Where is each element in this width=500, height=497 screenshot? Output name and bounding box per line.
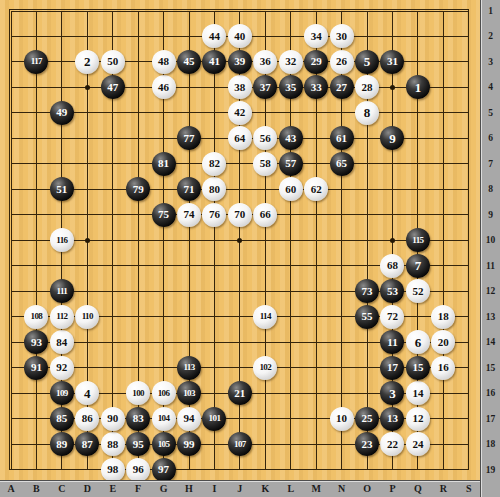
stone-move-number: 66 [260, 209, 271, 220]
stone-move-number: 42 [234, 107, 245, 118]
stone-g19[interactable]: 97 [152, 458, 176, 482]
stone-move-number: 72 [387, 311, 398, 322]
stone-move-number: 33 [311, 81, 322, 92]
stone-e4[interactable]: 47 [101, 75, 125, 99]
stone-move-number: 87 [82, 438, 93, 449]
stone-n17[interactable]: 10 [330, 407, 354, 431]
stone-move-number: 85 [56, 413, 67, 424]
stone-h9[interactable]: 74 [177, 203, 201, 227]
stone-r13[interactable]: 18 [431, 305, 455, 329]
stone-c13[interactable]: 112 [50, 305, 74, 329]
stone-c5[interactable]: 49 [50, 101, 74, 125]
column-label-r: R [434, 481, 452, 497]
stone-move-number: 44 [209, 30, 220, 41]
stone-move-number: 55 [362, 311, 373, 322]
row-label-7: 7 [481, 157, 500, 171]
stone-move-number: 12 [412, 413, 423, 424]
stone-p17[interactable]: 13 [380, 407, 404, 431]
stone-move-number: 113 [183, 363, 194, 372]
star-point [390, 85, 395, 90]
stone-move-number: 36 [260, 56, 271, 67]
stone-g7[interactable]: 81 [152, 152, 176, 176]
stone-move-number: 17 [387, 362, 398, 373]
stone-move-number: 15 [412, 362, 423, 373]
stone-move-number: 74 [184, 209, 195, 220]
stone-n7[interactable]: 65 [330, 152, 354, 176]
stone-c12[interactable]: 111 [50, 279, 74, 303]
stone-l7[interactable]: 57 [279, 152, 303, 176]
stone-move-number: 116 [56, 235, 67, 244]
stone-c16[interactable]: 109 [50, 381, 74, 405]
stone-m3[interactable]: 29 [304, 50, 328, 74]
column-label-g: G [155, 481, 173, 497]
column-coordinate-strip: ABCDEFGHIJKLMNOPQRS [0, 480, 480, 497]
stone-j18[interactable]: 107 [228, 432, 252, 456]
stone-move-number: 114 [260, 312, 271, 321]
stone-move-number: 31 [387, 56, 398, 67]
stone-move-number: 57 [285, 158, 296, 169]
stone-o3[interactable]: 5 [355, 50, 379, 74]
stone-move-number: 37 [260, 81, 271, 92]
stone-e19[interactable]: 98 [101, 458, 125, 482]
stone-b13[interactable]: 108 [24, 305, 48, 329]
stone-f19[interactable]: 96 [126, 458, 150, 482]
stone-q17[interactable]: 12 [406, 407, 430, 431]
stone-move-number: 25 [362, 413, 373, 424]
stone-move-number: 47 [107, 81, 118, 92]
stone-move-number: 117 [31, 57, 42, 66]
stone-move-number: 101 [209, 414, 221, 423]
stone-move-number: 106 [158, 388, 170, 397]
stone-q16[interactable]: 14 [406, 381, 430, 405]
stone-j5[interactable]: 42 [228, 101, 252, 125]
stone-move-number: 100 [132, 388, 144, 397]
stone-c14[interactable]: 84 [50, 330, 74, 354]
row-label-15: 15 [481, 361, 500, 375]
row-label-10: 10 [481, 233, 500, 247]
column-label-j: J [231, 481, 249, 497]
column-label-b: B [27, 481, 45, 497]
stone-move-number: 80 [209, 183, 220, 194]
stone-move-number: 88 [107, 438, 118, 449]
stone-g9[interactable]: 75 [152, 203, 176, 227]
column-label-e: E [104, 481, 122, 497]
column-label-l: L [282, 481, 300, 497]
column-label-m: M [307, 481, 325, 497]
stone-move-number: 4 [84, 386, 91, 399]
stone-move-number: 62 [311, 183, 322, 194]
stone-move-number: 21 [234, 387, 245, 398]
stone-move-number: 22 [387, 438, 398, 449]
stone-j3[interactable]: 39 [228, 50, 252, 74]
stone-q15[interactable]: 15 [406, 356, 430, 380]
stone-move-number: 5 [364, 55, 371, 68]
column-label-i: I [205, 481, 223, 497]
column-label-k: K [256, 481, 274, 497]
stone-move-number: 71 [184, 183, 195, 194]
stone-move-number: 103 [183, 388, 195, 397]
column-label-s: S [460, 481, 478, 497]
stone-move-number: 77 [184, 132, 195, 143]
row-label-18: 18 [481, 437, 500, 451]
stone-move-number: 68 [387, 260, 398, 271]
stone-move-number: 110 [82, 312, 93, 321]
stone-move-number: 30 [336, 30, 347, 41]
stone-move-number: 60 [285, 183, 296, 194]
stone-move-number: 24 [412, 438, 423, 449]
stone-move-number: 32 [285, 56, 296, 67]
stone-move-number: 73 [362, 285, 373, 296]
stone-move-number: 52 [412, 285, 423, 296]
stone-q18[interactable]: 24 [406, 432, 430, 456]
stone-move-number: 39 [234, 56, 245, 67]
stone-move-number: 14 [412, 387, 423, 398]
stone-move-number: 2 [84, 55, 91, 68]
stone-b15[interactable]: 91 [24, 356, 48, 380]
stone-c10[interactable]: 116 [50, 228, 74, 252]
star-point [85, 238, 90, 243]
column-label-d: D [78, 481, 96, 497]
stone-k7[interactable]: 58 [253, 152, 277, 176]
stone-move-number: 92 [56, 362, 67, 373]
stone-move-number: 94 [184, 413, 195, 424]
stone-move-number: 56 [260, 132, 271, 143]
stone-move-number: 20 [438, 336, 449, 347]
stone-h3[interactable]: 45 [177, 50, 201, 74]
stone-q11[interactable]: 7 [406, 254, 430, 278]
row-coordinate-strip: 12345678910111213141516171819 [480, 0, 500, 497]
stone-move-number: 34 [311, 30, 322, 41]
stone-move-number: 35 [285, 81, 296, 92]
row-label-11: 11 [481, 259, 500, 273]
stone-n6[interactable]: 61 [330, 126, 354, 150]
stone-o17[interactable]: 25 [355, 407, 379, 431]
column-label-f: F [129, 481, 147, 497]
stone-move-number: 58 [260, 158, 271, 169]
column-label-q: Q [409, 481, 427, 497]
stone-h16[interactable]: 103 [177, 381, 201, 405]
row-label-2: 2 [481, 29, 500, 43]
stone-c15[interactable]: 92 [50, 356, 74, 380]
stone-move-number: 11 [387, 336, 397, 347]
stone-move-number: 26 [336, 56, 347, 67]
stone-g17[interactable]: 104 [152, 407, 176, 431]
stone-move-number: 75 [158, 209, 169, 220]
stone-move-number: 40 [234, 30, 245, 41]
row-label-5: 5 [481, 106, 500, 120]
stone-o13[interactable]: 55 [355, 305, 379, 329]
stone-move-number: 105 [158, 439, 170, 448]
stone-move-number: 51 [56, 183, 67, 194]
row-label-13: 13 [481, 310, 500, 324]
row-label-14: 14 [481, 335, 500, 349]
stone-move-number: 50 [107, 56, 118, 67]
stone-move-number: 109 [56, 388, 68, 397]
stone-l3[interactable]: 32 [279, 50, 303, 74]
column-label-n: N [333, 481, 351, 497]
stone-move-number: 83 [133, 413, 144, 424]
stone-k9[interactable]: 66 [253, 203, 277, 227]
stone-h15[interactable]: 113 [177, 356, 201, 380]
row-label-3: 3 [481, 55, 500, 69]
row-label-9: 9 [481, 208, 500, 222]
row-label-8: 8 [481, 182, 500, 196]
stone-move-number: 65 [336, 158, 347, 169]
stone-move-number: 82 [209, 158, 220, 169]
row-label-19: 19 [481, 463, 500, 477]
stone-move-number: 64 [234, 132, 245, 143]
stone-move-number: 104 [158, 414, 170, 423]
stone-move-number: 97 [158, 464, 169, 475]
stone-i17[interactable]: 101 [202, 407, 226, 431]
grid-line-vertical [468, 11, 469, 470]
stone-l8[interactable]: 60 [279, 177, 303, 201]
row-label-6: 6 [481, 131, 500, 145]
stone-o5[interactable]: 8 [355, 101, 379, 125]
stone-e3[interactable]: 50 [101, 50, 125, 74]
go-board[interactable]: 1234567891011121314151617182021222324252… [0, 0, 500, 497]
stone-move-number: 89 [56, 438, 67, 449]
stone-g18[interactable]: 105 [152, 432, 176, 456]
stone-move-number: 46 [158, 81, 169, 92]
stone-j9[interactable]: 70 [228, 203, 252, 227]
stone-r15[interactable]: 16 [431, 356, 455, 380]
stone-move-number: 93 [31, 336, 42, 347]
stone-move-number: 3 [389, 386, 396, 399]
star-point [85, 85, 90, 90]
stone-g4[interactable]: 46 [152, 75, 176, 99]
column-label-h: H [180, 481, 198, 497]
stone-q14[interactable]: 6 [406, 330, 430, 354]
stone-move-number: 102 [259, 363, 271, 372]
stone-e18[interactable]: 88 [101, 432, 125, 456]
stone-move-number: 76 [209, 209, 220, 220]
stone-f17[interactable]: 83 [126, 407, 150, 431]
stone-move-number: 45 [184, 56, 195, 67]
stone-move-number: 99 [184, 438, 195, 449]
stone-o18[interactable]: 23 [355, 432, 379, 456]
grid-line-vertical [443, 11, 444, 470]
stone-c17[interactable]: 85 [50, 407, 74, 431]
stone-move-number: 107 [234, 439, 246, 448]
stone-l6[interactable]: 43 [279, 126, 303, 150]
stone-k15[interactable]: 102 [253, 356, 277, 380]
stone-move-number: 91 [31, 362, 42, 373]
stone-move-number: 98 [107, 464, 118, 475]
stone-move-number: 7 [415, 259, 422, 272]
stone-move-number: 96 [133, 464, 144, 475]
stone-move-number: 90 [107, 413, 118, 424]
stone-move-number: 41 [209, 56, 220, 67]
stone-move-number: 23 [362, 438, 373, 449]
row-label-12: 12 [481, 284, 500, 298]
stone-l4[interactable]: 35 [279, 75, 303, 99]
stone-move-number: 61 [336, 132, 347, 143]
row-label-17: 17 [481, 412, 500, 426]
stone-move-number: 70 [234, 209, 245, 220]
stone-move-number: 13 [387, 413, 398, 424]
stone-move-number: 6 [415, 335, 422, 348]
column-label-p: P [383, 481, 401, 497]
stone-move-number: 86 [82, 413, 93, 424]
column-label-a: A [2, 481, 20, 497]
stone-h18[interactable]: 99 [177, 432, 201, 456]
stone-move-number: 27 [336, 81, 347, 92]
stone-move-number: 10 [336, 413, 347, 424]
stone-g16[interactable]: 106 [152, 381, 176, 405]
stone-d17[interactable]: 86 [75, 407, 99, 431]
go-diagram-screenshot: 1234567891011121314151617182021222324252… [0, 0, 500, 497]
stone-h17[interactable]: 94 [177, 407, 201, 431]
stone-move-number: 18 [438, 311, 449, 322]
stone-move-number: 38 [234, 81, 245, 92]
grid-line-horizontal [11, 469, 469, 470]
stone-e17[interactable]: 90 [101, 407, 125, 431]
stone-move-number: 53 [387, 285, 398, 296]
stone-n3[interactable]: 26 [330, 50, 354, 74]
row-label-4: 4 [481, 80, 500, 94]
stone-d13[interactable]: 110 [75, 305, 99, 329]
row-label-16: 16 [481, 386, 500, 400]
stone-c18[interactable]: 89 [50, 432, 74, 456]
stone-move-number: 1 [415, 80, 422, 93]
stone-p15[interactable]: 17 [380, 356, 404, 380]
column-label-c: C [53, 481, 71, 497]
stone-j16[interactable]: 21 [228, 381, 252, 405]
star-point [390, 238, 395, 243]
stone-n4[interactable]: 27 [330, 75, 354, 99]
stone-move-number: 95 [133, 438, 144, 449]
stone-move-number: 79 [133, 183, 144, 194]
stone-move-number: 81 [158, 158, 169, 169]
stone-move-number: 115 [412, 235, 423, 244]
stone-move-number: 108 [31, 312, 43, 321]
stone-move-number: 43 [285, 132, 296, 143]
stone-g3[interactable]: 48 [152, 50, 176, 74]
stone-move-number: 49 [56, 107, 67, 118]
stone-q12[interactable]: 52 [406, 279, 430, 303]
stone-move-number: 84 [56, 336, 67, 347]
row-label-1: 1 [481, 4, 500, 18]
stone-move-number: 111 [57, 286, 68, 295]
column-label-o: O [358, 481, 376, 497]
stone-move-number: 9 [389, 131, 396, 144]
stone-k13[interactable]: 114 [253, 305, 277, 329]
stone-n2[interactable]: 30 [330, 24, 354, 48]
stone-move-number: 29 [311, 56, 322, 67]
stone-move-number: 8 [364, 106, 371, 119]
stone-move-number: 16 [438, 362, 449, 373]
stone-move-number: 28 [362, 81, 373, 92]
stone-move-number: 48 [158, 56, 169, 67]
stone-move-number: 112 [56, 312, 67, 321]
